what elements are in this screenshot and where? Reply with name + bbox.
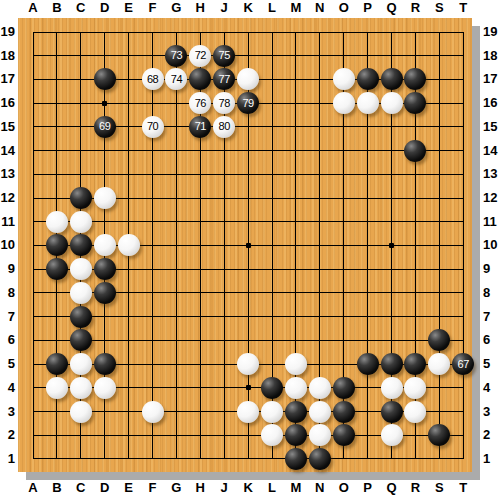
stone-black-C6[interactable] <box>70 329 92 351</box>
coord-label-bottom-J: J <box>214 481 234 495</box>
coord-label-left-14: 14 <box>0 144 15 158</box>
coord-label-bottom-H: H <box>190 481 210 495</box>
star-point-K10 <box>246 243 251 248</box>
coord-label-bottom-S: S <box>429 481 449 495</box>
move-number-70: 70 <box>147 121 158 132</box>
stone-white-H18[interactable]: 72 <box>189 45 211 67</box>
stone-white-N2[interactable] <box>309 424 331 446</box>
stone-black-O4[interactable] <box>333 377 355 399</box>
stone-white-L3[interactable] <box>261 401 283 423</box>
stone-black-N1[interactable] <box>309 448 331 470</box>
coord-label-top-T: T <box>453 1 473 15</box>
coord-label-right-19: 19 <box>483 25 500 39</box>
stone-white-D4[interactable] <box>94 377 116 399</box>
coord-label-top-E: E <box>119 1 139 15</box>
coord-label-left-16: 16 <box>0 96 15 110</box>
coord-label-bottom-G: G <box>166 481 186 495</box>
coord-label-bottom-N: N <box>310 481 330 495</box>
star-point-D16 <box>102 101 107 106</box>
coord-label-top-B: B <box>47 1 67 15</box>
stone-white-N3[interactable] <box>309 401 331 423</box>
stone-black-D15[interactable]: 69 <box>94 116 116 138</box>
star-point-Q10 <box>389 243 394 248</box>
coord-label-left-3: 3 <box>0 405 15 419</box>
move-number-77: 77 <box>219 74 230 85</box>
move-number-72: 72 <box>195 50 206 61</box>
coord-label-top-O: O <box>334 1 354 15</box>
stone-black-C7[interactable] <box>70 306 92 328</box>
coord-label-top-J: J <box>214 1 234 15</box>
stone-white-J15[interactable]: 80 <box>213 116 235 138</box>
grid-line-col-T <box>463 32 464 459</box>
coord-label-right-3: 3 <box>483 405 500 419</box>
stone-white-C9[interactable] <box>70 258 92 280</box>
stone-black-O3[interactable] <box>333 401 355 423</box>
coord-label-bottom-F: F <box>143 481 163 495</box>
coord-label-bottom-R: R <box>405 481 425 495</box>
coord-label-right-7: 7 <box>483 310 500 324</box>
coord-label-top-N: N <box>310 1 330 15</box>
stone-white-K3[interactable] <box>237 401 259 423</box>
stone-black-M3[interactable] <box>285 401 307 423</box>
stone-white-C3[interactable] <box>70 401 92 423</box>
coord-label-left-5: 5 <box>0 357 15 371</box>
coord-label-bottom-T: T <box>453 481 473 495</box>
coord-label-top-G: G <box>166 1 186 15</box>
stone-white-B11[interactable] <box>46 211 68 233</box>
grid-line-col-F <box>152 32 153 459</box>
coord-label-left-17: 17 <box>0 72 15 86</box>
stone-white-C4[interactable] <box>70 377 92 399</box>
coord-label-top-S: S <box>429 1 449 15</box>
coord-label-left-11: 11 <box>0 215 15 229</box>
go-kifu-diagram: 7372756874777678796970718067AABBCCDDEEFF… <box>0 0 500 500</box>
coord-label-right-2: 2 <box>483 428 500 442</box>
move-number-69: 69 <box>99 121 110 132</box>
stone-white-O17[interactable] <box>333 68 355 90</box>
coord-label-right-15: 15 <box>483 120 500 134</box>
coord-label-left-8: 8 <box>0 286 15 300</box>
coord-label-bottom-D: D <box>95 481 115 495</box>
stone-white-C8[interactable] <box>70 282 92 304</box>
coord-label-left-12: 12 <box>0 191 15 205</box>
coord-label-right-8: 8 <box>483 286 500 300</box>
stone-white-F17[interactable]: 68 <box>142 68 164 90</box>
coord-label-right-5: 5 <box>483 357 500 371</box>
stone-black-D5[interactable] <box>94 353 116 375</box>
coord-label-left-15: 15 <box>0 120 15 134</box>
coord-label-bottom-L: L <box>262 481 282 495</box>
move-number-73: 73 <box>171 50 182 61</box>
coord-label-bottom-P: P <box>358 481 378 495</box>
stone-white-D12[interactable] <box>94 187 116 209</box>
coord-label-top-A: A <box>23 1 43 15</box>
coord-label-right-11: 11 <box>483 215 500 229</box>
stone-black-D8[interactable] <box>94 282 116 304</box>
move-number-80: 80 <box>219 121 230 132</box>
stone-black-J18[interactable]: 75 <box>213 45 235 67</box>
stone-white-C5[interactable] <box>70 353 92 375</box>
stone-white-C11[interactable] <box>70 211 92 233</box>
stone-black-P17[interactable] <box>357 68 379 90</box>
stone-white-M5[interactable] <box>285 353 307 375</box>
stone-black-G18[interactable]: 73 <box>165 45 187 67</box>
coord-label-bottom-K: K <box>238 481 258 495</box>
stone-black-H15[interactable]: 71 <box>189 116 211 138</box>
move-number-67: 67 <box>458 359 469 370</box>
coord-label-right-14: 14 <box>483 144 500 158</box>
coord-label-left-2: 2 <box>0 428 15 442</box>
stone-black-O2[interactable] <box>333 424 355 446</box>
coord-label-top-R: R <box>405 1 425 15</box>
coord-label-right-17: 17 <box>483 72 500 86</box>
coord-label-left-18: 18 <box>0 49 15 63</box>
move-number-68: 68 <box>147 74 158 85</box>
coord-label-right-16: 16 <box>483 96 500 110</box>
move-number-78: 78 <box>219 98 230 109</box>
coord-label-top-C: C <box>71 1 91 15</box>
stone-white-M4[interactable] <box>285 377 307 399</box>
coord-label-right-6: 6 <box>483 333 500 347</box>
stone-black-C12[interactable] <box>70 187 92 209</box>
coord-label-left-10: 10 <box>0 238 15 252</box>
grid-line-col-G <box>176 32 177 459</box>
coord-label-right-9: 9 <box>483 262 500 276</box>
stone-black-Q17[interactable] <box>381 68 403 90</box>
coord-label-right-12: 12 <box>483 191 500 205</box>
coord-label-bottom-B: B <box>47 481 67 495</box>
stone-white-F15[interactable]: 70 <box>142 116 164 138</box>
coord-label-top-M: M <box>286 1 306 15</box>
grid-line-col-A <box>33 32 34 459</box>
coord-label-right-13: 13 <box>483 167 500 181</box>
grid-line-col-S <box>439 32 440 459</box>
coord-label-right-4: 4 <box>483 381 500 395</box>
coord-label-bottom-O: O <box>334 481 354 495</box>
coord-label-bottom-M: M <box>286 481 306 495</box>
move-number-75: 75 <box>219 50 230 61</box>
coord-label-left-7: 7 <box>0 310 15 324</box>
stone-black-B9[interactable] <box>46 258 68 280</box>
stone-white-E10[interactable] <box>118 234 140 256</box>
coord-label-right-18: 18 <box>483 49 500 63</box>
move-number-79: 79 <box>242 98 253 109</box>
move-number-74: 74 <box>171 74 182 85</box>
stone-black-M1[interactable] <box>285 448 307 470</box>
stone-black-R14[interactable] <box>404 140 426 162</box>
stone-black-Q5[interactable] <box>381 353 403 375</box>
stone-black-M2[interactable] <box>285 424 307 446</box>
coord-label-left-1: 1 <box>0 452 15 466</box>
coord-label-top-H: H <box>190 1 210 15</box>
coord-label-top-P: P <box>358 1 378 15</box>
stone-white-Q16[interactable] <box>381 92 403 114</box>
stone-white-R3[interactable] <box>404 401 426 423</box>
stone-white-Q4[interactable] <box>381 377 403 399</box>
coord-label-bottom-Q: Q <box>382 481 402 495</box>
stone-white-P16[interactable] <box>357 92 379 114</box>
stone-white-N4[interactable] <box>309 377 331 399</box>
stone-black-Q3[interactable] <box>381 401 403 423</box>
stone-black-L4[interactable] <box>261 377 283 399</box>
coord-label-bottom-E: E <box>119 481 139 495</box>
coord-label-bottom-C: C <box>71 481 91 495</box>
stone-white-O16[interactable] <box>333 92 355 114</box>
coord-label-right-1: 1 <box>483 452 500 466</box>
stone-black-D9[interactable] <box>94 258 116 280</box>
coord-label-left-6: 6 <box>0 333 15 347</box>
coord-label-bottom-A: A <box>23 481 43 495</box>
coord-label-top-L: L <box>262 1 282 15</box>
stone-white-K5[interactable] <box>237 353 259 375</box>
coord-label-left-9: 9 <box>0 262 15 276</box>
move-number-71: 71 <box>195 121 206 132</box>
coord-label-left-13: 13 <box>0 167 15 181</box>
coord-label-top-F: F <box>143 1 163 15</box>
stone-black-P5[interactable] <box>357 353 379 375</box>
coord-label-right-10: 10 <box>483 238 500 252</box>
stone-black-D17[interactable] <box>94 68 116 90</box>
stone-white-Q2[interactable] <box>381 424 403 446</box>
coord-label-left-19: 19 <box>0 25 15 39</box>
stone-white-F3[interactable] <box>142 401 164 423</box>
coord-label-left-4: 4 <box>0 381 15 395</box>
move-number-76: 76 <box>195 98 206 109</box>
coord-label-top-Q: Q <box>382 1 402 15</box>
stone-black-B5[interactable] <box>46 353 68 375</box>
coord-label-top-D: D <box>95 1 115 15</box>
stone-white-B4[interactable] <box>46 377 68 399</box>
stone-white-D10[interactable] <box>94 234 116 256</box>
coord-label-top-K: K <box>238 1 258 15</box>
star-point-K4 <box>246 385 251 390</box>
